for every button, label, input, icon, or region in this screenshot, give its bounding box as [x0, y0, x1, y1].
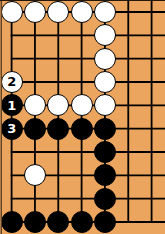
intersection-a8[interactable] — [0, 47, 23, 70]
intersection-e5[interactable] — [93, 117, 116, 140]
board-cells: 213 — [0, 0, 163, 233]
black-stone-a6: 1 — [1, 94, 23, 116]
intersection-b5[interactable] — [23, 117, 46, 140]
intersection-g8[interactable] — [140, 47, 163, 70]
move-number-label: 3 — [7, 122, 16, 135]
intersection-g9[interactable] — [140, 24, 163, 47]
intersection-c3[interactable] — [47, 164, 70, 187]
white-stone-e7 — [94, 71, 116, 93]
black-stone-e3 — [94, 164, 116, 186]
black-stone-c1 — [47, 211, 69, 233]
black-stone-a1 — [1, 211, 23, 233]
intersection-d9[interactable] — [70, 24, 93, 47]
intersection-f6[interactable] — [117, 94, 140, 117]
go-board: 213 — [0, 0, 165, 234]
intersection-a4[interactable] — [0, 140, 23, 163]
intersection-g2[interactable] — [140, 187, 163, 210]
intersection-e3[interactable] — [93, 164, 116, 187]
intersection-d2[interactable] — [70, 187, 93, 210]
intersection-a10[interactable] — [0, 0, 23, 23]
white-stone-e6 — [94, 94, 116, 116]
intersection-c7[interactable] — [47, 70, 70, 93]
intersection-e6[interactable] — [93, 94, 116, 117]
white-stone-e9 — [94, 24, 116, 46]
intersection-d5[interactable] — [70, 117, 93, 140]
white-stone-b6 — [24, 94, 46, 116]
intersection-e8[interactable] — [93, 47, 116, 70]
white-stone-b3 — [24, 164, 46, 186]
intersection-b8[interactable] — [23, 47, 46, 70]
intersection-b4[interactable] — [23, 140, 46, 163]
intersection-g5[interactable] — [140, 117, 163, 140]
black-stone-e4 — [94, 141, 116, 163]
intersection-g6[interactable] — [140, 94, 163, 117]
black-stone-e5 — [94, 118, 116, 140]
intersection-e4[interactable] — [93, 140, 116, 163]
move-number-label: 1 — [7, 99, 16, 112]
board-top-border — [0, 0, 165, 1]
intersection-c8[interactable] — [47, 47, 70, 70]
intersection-g4[interactable] — [140, 140, 163, 163]
intersection-e7[interactable] — [93, 70, 116, 93]
intersection-c2[interactable] — [47, 187, 70, 210]
intersection-g7[interactable] — [140, 70, 163, 93]
intersection-b3[interactable] — [23, 164, 46, 187]
intersection-f10[interactable] — [117, 0, 140, 23]
intersection-f8[interactable] — [117, 47, 140, 70]
intersection-d4[interactable] — [70, 140, 93, 163]
intersection-b6[interactable] — [23, 94, 46, 117]
move-number-label: 2 — [7, 75, 16, 88]
intersection-e10[interactable] — [93, 0, 116, 23]
intersection-g1[interactable] — [140, 210, 163, 233]
intersection-b10[interactable] — [23, 0, 46, 23]
intersection-b1[interactable] — [23, 210, 46, 233]
intersection-f9[interactable] — [117, 24, 140, 47]
intersection-b7[interactable] — [23, 70, 46, 93]
intersection-c6[interactable] — [47, 94, 70, 117]
white-stone-a7: 2 — [1, 71, 23, 93]
intersection-a6[interactable]: 1 — [0, 94, 23, 117]
intersection-e9[interactable] — [93, 24, 116, 47]
intersection-e1[interactable] — [93, 210, 116, 233]
white-stone-c6 — [47, 94, 69, 116]
white-stone-c10 — [47, 1, 69, 23]
intersection-f1[interactable] — [117, 210, 140, 233]
intersection-a3[interactable] — [0, 164, 23, 187]
intersection-b2[interactable] — [23, 187, 46, 210]
white-stone-d10 — [71, 1, 93, 23]
intersection-d6[interactable] — [70, 94, 93, 117]
intersection-g10[interactable] — [140, 0, 163, 23]
intersection-a1[interactable] — [0, 210, 23, 233]
white-stone-e8 — [94, 48, 116, 70]
intersection-f7[interactable] — [117, 70, 140, 93]
black-stone-e1 — [94, 211, 116, 233]
intersection-d7[interactable] — [70, 70, 93, 93]
intersection-f2[interactable] — [117, 187, 140, 210]
intersection-d8[interactable] — [70, 47, 93, 70]
intersection-c5[interactable] — [47, 117, 70, 140]
black-stone-c5 — [47, 118, 69, 140]
black-stone-d1 — [71, 211, 93, 233]
black-stone-e2 — [94, 188, 116, 210]
white-stone-d6 — [71, 94, 93, 116]
intersection-c10[interactable] — [47, 0, 70, 23]
intersection-c9[interactable] — [47, 24, 70, 47]
intersection-f3[interactable] — [117, 164, 140, 187]
intersection-f5[interactable] — [117, 117, 140, 140]
white-stone-e10 — [94, 1, 116, 23]
intersection-e2[interactable] — [93, 187, 116, 210]
black-stone-d5 — [71, 118, 93, 140]
intersection-a9[interactable] — [0, 24, 23, 47]
intersection-g3[interactable] — [140, 164, 163, 187]
intersection-a2[interactable] — [0, 187, 23, 210]
intersection-a7[interactable]: 2 — [0, 70, 23, 93]
white-stone-b10 — [24, 1, 46, 23]
intersection-c1[interactable] — [47, 210, 70, 233]
black-stone-b5 — [24, 118, 46, 140]
intersection-d3[interactable] — [70, 164, 93, 187]
intersection-d10[interactable] — [70, 0, 93, 23]
board-left-border — [0, 0, 2, 234]
intersection-d1[interactable] — [70, 210, 93, 233]
white-stone-a10 — [1, 1, 23, 23]
black-stone-b1 — [24, 211, 46, 233]
black-stone-a5: 3 — [1, 118, 23, 140]
intersection-c4[interactable] — [47, 140, 70, 163]
intersection-f4[interactable] — [117, 140, 140, 163]
intersection-a5[interactable]: 3 — [0, 117, 23, 140]
intersection-b9[interactable] — [23, 24, 46, 47]
